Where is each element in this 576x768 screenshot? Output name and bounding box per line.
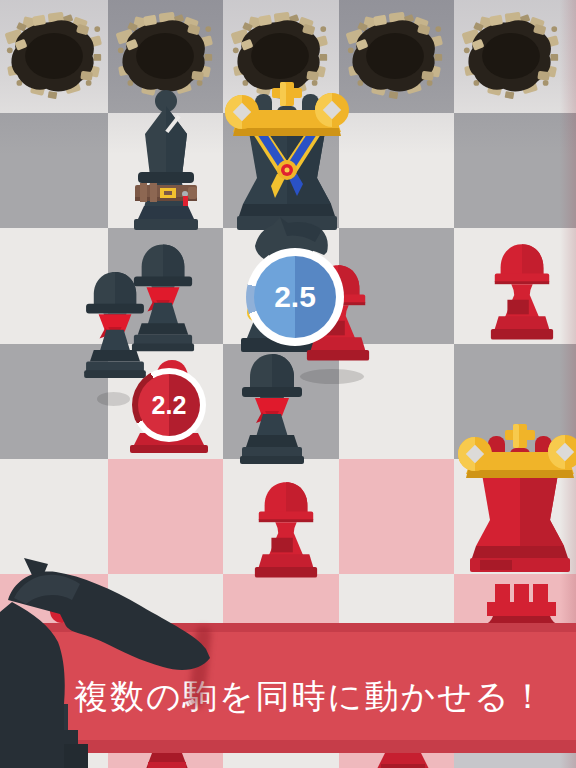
red-pawn-base-behind-banner[interactable] [377,753,429,768]
black-pawn-moving[interactable] [82,270,148,378]
red-pawn[interactable] [251,478,321,580]
hole-icon[interactable] [345,10,445,104]
hole-icon[interactable] [461,10,561,104]
board-square[interactable] [339,459,454,574]
game-screen: 2.5 2.2 複数の駒を同時に動かせる！ [0,0,576,768]
board-square[interactable] [0,113,108,228]
board-square[interactable] [454,113,576,228]
cooldown-badge-red-pawn: 2.2 [132,368,206,442]
red-pawn[interactable] [487,242,557,340]
black-bishop[interactable] [124,88,208,232]
red-rook[interactable] [478,584,564,626]
black-pawn[interactable] [236,352,308,464]
black-king[interactable] [225,82,349,232]
black-knight-foreground[interactable] [0,554,220,768]
piece-shadow [97,392,130,406]
cooldown-value: 2.5 [274,280,316,314]
cooldown-value: 2.2 [152,391,187,420]
red-king[interactable] [458,424,576,574]
board-square[interactable] [339,113,454,228]
piece-shadow [300,369,364,384]
hole-icon[interactable] [4,10,104,104]
cooldown-badge-knight: 2.5 [246,248,344,346]
